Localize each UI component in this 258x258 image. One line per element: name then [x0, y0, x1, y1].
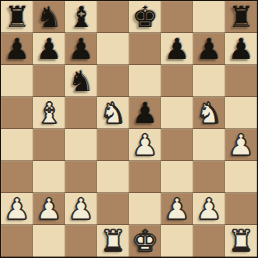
square-b4[interactable] — [33, 129, 65, 161]
square-b6[interactable] — [33, 65, 65, 97]
square-e1[interactable]: ♚ — [129, 225, 161, 257]
square-c6[interactable]: ♞ — [65, 65, 97, 97]
black-pawn-c7[interactable]: ♟ — [65, 33, 97, 65]
square-d2[interactable] — [97, 193, 129, 225]
square-h1[interactable]: ♜ — [225, 225, 257, 257]
square-a1[interactable] — [1, 225, 33, 257]
black-pawn-e5[interactable]: ♟ — [129, 97, 161, 129]
square-a7[interactable]: ♟ — [1, 33, 33, 65]
white-knight-g5[interactable]: ♞ — [193, 97, 225, 129]
white-pawn-e4[interactable]: ♟ — [129, 129, 161, 161]
square-b8[interactable]: ♞ — [33, 1, 65, 33]
square-f4[interactable] — [161, 129, 193, 161]
square-e3[interactable] — [129, 161, 161, 193]
square-c5[interactable] — [65, 97, 97, 129]
white-pawn-a2[interactable]: ♟ — [1, 193, 33, 225]
black-pawn-a7[interactable]: ♟ — [1, 33, 33, 65]
square-h3[interactable] — [225, 161, 257, 193]
square-e6[interactable] — [129, 65, 161, 97]
white-pawn-h4[interactable]: ♟ — [225, 129, 257, 161]
black-pawn-f7[interactable]: ♟ — [161, 33, 193, 65]
square-c2[interactable]: ♟ — [65, 193, 97, 225]
square-d8[interactable] — [97, 1, 129, 33]
square-c1[interactable] — [65, 225, 97, 257]
square-f8[interactable] — [161, 1, 193, 33]
square-c7[interactable]: ♟ — [65, 33, 97, 65]
square-e8[interactable]: ♚ — [129, 1, 161, 33]
black-rook-h8[interactable]: ♜ — [225, 1, 257, 33]
square-g7[interactable]: ♟ — [193, 33, 225, 65]
square-h6[interactable] — [225, 65, 257, 97]
square-a5[interactable] — [1, 97, 33, 129]
white-pawn-g2[interactable]: ♟ — [193, 193, 225, 225]
square-g2[interactable]: ♟ — [193, 193, 225, 225]
square-b1[interactable] — [33, 225, 65, 257]
chess-board: ♜♞♝♚♜♟♟♟♟♟♟♞♝♞♟♞♟♟♟♟♟♟♟♜♚♜ — [0, 0, 258, 258]
square-c4[interactable] — [65, 129, 97, 161]
square-b7[interactable]: ♟ — [33, 33, 65, 65]
square-f2[interactable]: ♟ — [161, 193, 193, 225]
square-d3[interactable] — [97, 161, 129, 193]
square-f1[interactable] — [161, 225, 193, 257]
square-g5[interactable]: ♞ — [193, 97, 225, 129]
square-d5[interactable]: ♞ — [97, 97, 129, 129]
black-pawn-h7[interactable]: ♟ — [225, 33, 257, 65]
square-g8[interactable] — [193, 1, 225, 33]
black-pawn-g7[interactable]: ♟ — [193, 33, 225, 65]
square-f3[interactable] — [161, 161, 193, 193]
black-rook-a8[interactable]: ♜ — [1, 1, 33, 33]
square-g3[interactable] — [193, 161, 225, 193]
square-d1[interactable]: ♜ — [97, 225, 129, 257]
square-d4[interactable] — [97, 129, 129, 161]
square-b3[interactable] — [33, 161, 65, 193]
white-rook-d1[interactable]: ♜ — [97, 225, 129, 257]
white-pawn-f2[interactable]: ♟ — [161, 193, 193, 225]
white-knight-d5[interactable]: ♞ — [97, 97, 129, 129]
square-a4[interactable] — [1, 129, 33, 161]
square-a3[interactable] — [1, 161, 33, 193]
square-h7[interactable]: ♟ — [225, 33, 257, 65]
white-bishop-b5[interactable]: ♝ — [33, 97, 65, 129]
square-d6[interactable] — [97, 65, 129, 97]
square-e4[interactable]: ♟ — [129, 129, 161, 161]
square-a2[interactable]: ♟ — [1, 193, 33, 225]
black-knight-b8[interactable]: ♞ — [33, 1, 65, 33]
square-g6[interactable] — [193, 65, 225, 97]
square-f7[interactable]: ♟ — [161, 33, 193, 65]
square-h8[interactable]: ♜ — [225, 1, 257, 33]
square-c8[interactable]: ♝ — [65, 1, 97, 33]
black-king-e8[interactable]: ♚ — [129, 1, 161, 33]
square-d7[interactable] — [97, 33, 129, 65]
square-f5[interactable] — [161, 97, 193, 129]
square-h4[interactable]: ♟ — [225, 129, 257, 161]
square-f6[interactable] — [161, 65, 193, 97]
square-e2[interactable] — [129, 193, 161, 225]
black-bishop-c8[interactable]: ♝ — [65, 1, 97, 33]
square-e5[interactable]: ♟ — [129, 97, 161, 129]
white-rook-h1[interactable]: ♜ — [225, 225, 257, 257]
square-e7[interactable] — [129, 33, 161, 65]
square-b2[interactable]: ♟ — [33, 193, 65, 225]
white-pawn-c2[interactable]: ♟ — [65, 193, 97, 225]
square-a8[interactable]: ♜ — [1, 1, 33, 33]
square-h5[interactable] — [225, 97, 257, 129]
black-pawn-b7[interactable]: ♟ — [33, 33, 65, 65]
square-h2[interactable] — [225, 193, 257, 225]
square-c3[interactable] — [65, 161, 97, 193]
square-a6[interactable] — [1, 65, 33, 97]
black-knight-c6[interactable]: ♞ — [65, 65, 97, 97]
white-king-e1[interactable]: ♚ — [129, 225, 161, 257]
square-b5[interactable]: ♝ — [33, 97, 65, 129]
square-g4[interactable] — [193, 129, 225, 161]
square-g1[interactable] — [193, 225, 225, 257]
white-pawn-b2[interactable]: ♟ — [33, 193, 65, 225]
